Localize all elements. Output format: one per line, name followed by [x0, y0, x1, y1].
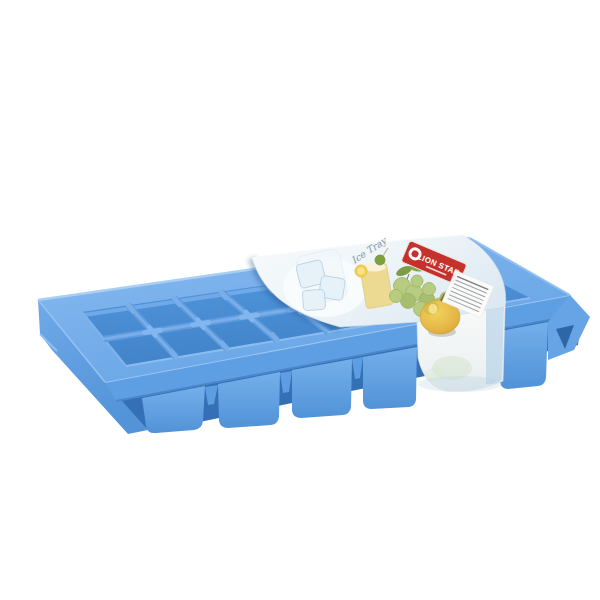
grape [411, 275, 423, 287]
photo-canvas: Ice Tray [0, 0, 600, 600]
product-photo: Ice Tray [0, 0, 600, 600]
grape [390, 290, 403, 303]
grape [423, 283, 436, 296]
pear-highlight [429, 304, 438, 314]
cube-bump [363, 347, 417, 409]
wrap-blue-strip [486, 307, 504, 384]
lemon-slice-center [358, 268, 365, 275]
olive [375, 255, 385, 265]
cube-bump [500, 322, 548, 389]
ice-cube-art [302, 289, 325, 310]
wrap-bottom-tint [418, 376, 502, 392]
